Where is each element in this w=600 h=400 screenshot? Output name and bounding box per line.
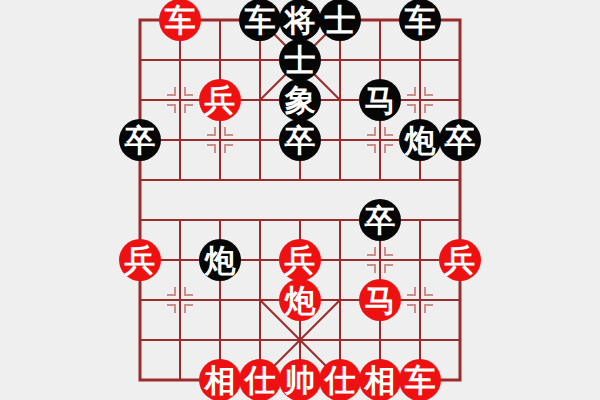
piece-red-cannon[interactable]: 炮 <box>279 279 321 321</box>
piece-black-elephant[interactable]: 象 <box>279 79 321 121</box>
piece-black-cannon[interactable]: 炮 <box>399 119 441 161</box>
xiangqi-board: 车车将士车士兵象马卒卒炮卒卒兵炮兵兵炮马相仕帅仕相车 <box>0 0 600 400</box>
piece-black-soldier[interactable]: 卒 <box>279 119 321 161</box>
piece-red-advisor[interactable]: 仕 <box>239 359 281 400</box>
piece-black-horse[interactable]: 马 <box>359 79 401 121</box>
piece-red-soldier[interactable]: 兵 <box>439 239 481 281</box>
piece-black-soldier[interactable]: 卒 <box>119 119 161 161</box>
piece-black-chariot[interactable]: 车 <box>399 0 441 41</box>
piece-red-chariot[interactable]: 车 <box>399 359 441 400</box>
piece-black-cannon[interactable]: 炮 <box>199 239 241 281</box>
piece-red-soldier[interactable]: 兵 <box>199 79 241 121</box>
piece-red-general[interactable]: 帅 <box>279 359 321 400</box>
piece-red-soldier[interactable]: 兵 <box>279 239 321 281</box>
piece-black-advisor[interactable]: 士 <box>319 0 361 41</box>
piece-red-elephant[interactable]: 相 <box>199 359 241 400</box>
pieces-layer: 车车将士车士兵象马卒卒炮卒卒兵炮兵兵炮马相仕帅仕相车 <box>120 0 480 400</box>
piece-black-general[interactable]: 将 <box>279 0 321 41</box>
piece-black-soldier[interactable]: 卒 <box>359 199 401 241</box>
piece-black-advisor[interactable]: 士 <box>279 39 321 81</box>
piece-red-advisor[interactable]: 仕 <box>319 359 361 400</box>
piece-black-soldier[interactable]: 卒 <box>439 119 481 161</box>
piece-red-elephant[interactable]: 相 <box>359 359 401 400</box>
piece-red-horse[interactable]: 马 <box>359 279 401 321</box>
piece-black-chariot[interactable]: 车 <box>239 0 281 41</box>
piece-red-soldier[interactable]: 兵 <box>119 239 161 281</box>
piece-red-chariot[interactable]: 车 <box>159 0 201 41</box>
